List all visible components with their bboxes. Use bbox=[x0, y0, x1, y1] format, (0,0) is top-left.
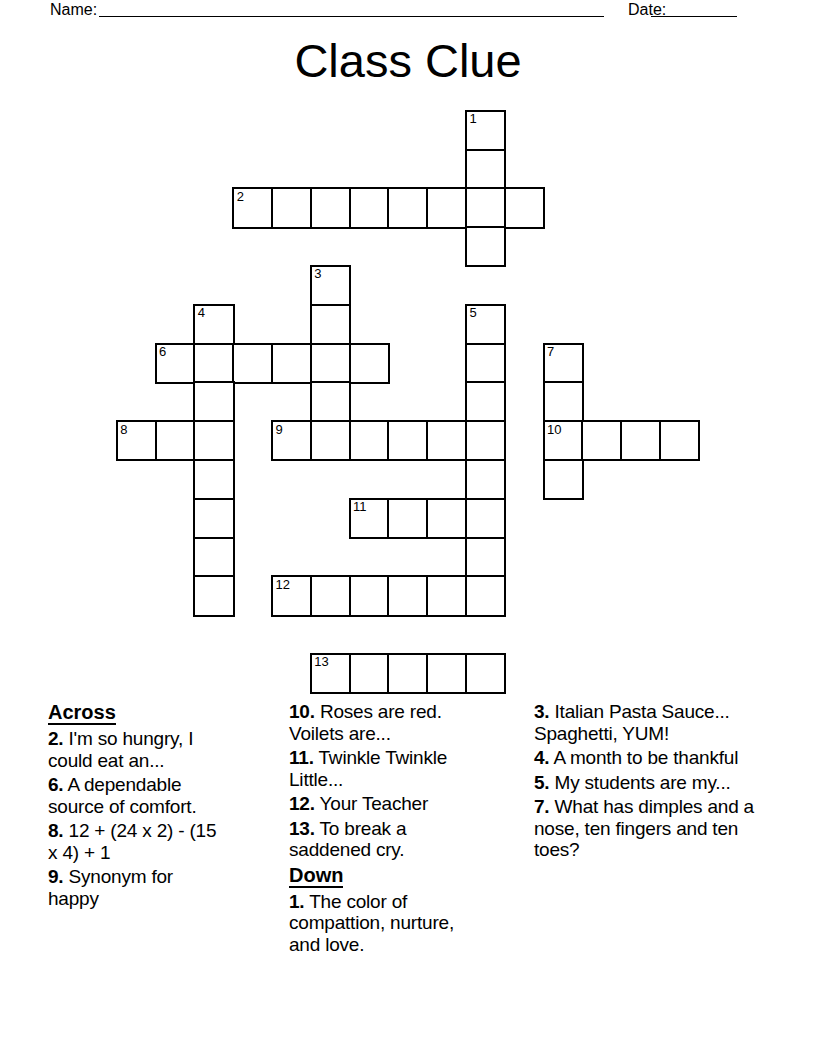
cell-r10c3[interactable] bbox=[193, 459, 234, 500]
clue-number-10: 10 bbox=[547, 423, 561, 437]
clue-across-2: 2. I'm so hungry, I could eat an... bbox=[48, 728, 226, 771]
cell-r9c2[interactable] bbox=[155, 420, 196, 461]
clue-number-4: 4 bbox=[198, 306, 205, 320]
cell-r5c6[interactable]: 3 bbox=[310, 265, 351, 306]
cell-r9c14[interactable] bbox=[620, 420, 661, 461]
cell-r1c10[interactable]: 1 bbox=[465, 110, 506, 151]
cell-r2c10[interactable] bbox=[465, 149, 506, 190]
down-header: Down bbox=[289, 864, 485, 886]
clue-across-13: 13. To break a saddened cry. bbox=[289, 818, 485, 861]
cell-r7c4[interactable] bbox=[232, 343, 273, 384]
clue-number-6: 6 bbox=[159, 345, 166, 359]
crossword-grid: 12345678910111213 bbox=[117, 111, 699, 693]
clue-column-3: 3. Italian Pasta Sauce... Spaghetti, YUM… bbox=[534, 701, 766, 864]
cell-r3c8[interactable] bbox=[387, 187, 428, 228]
cell-r12c10[interactable] bbox=[465, 537, 506, 578]
cell-r3c10[interactable] bbox=[465, 187, 506, 228]
clue-across-11: 11. Twinkle Twinkle Little... bbox=[289, 747, 485, 790]
cell-r7c3[interactable] bbox=[193, 343, 234, 384]
cell-r3c9[interactable] bbox=[426, 187, 467, 228]
cell-r15c9[interactable] bbox=[426, 653, 467, 694]
cell-r11c3[interactable] bbox=[193, 498, 234, 539]
cell-r4c10[interactable] bbox=[465, 226, 506, 267]
cell-r13c10[interactable] bbox=[465, 575, 506, 616]
cell-r7c10[interactable] bbox=[465, 343, 506, 384]
cell-r12c3[interactable] bbox=[193, 537, 234, 578]
cell-r7c7[interactable] bbox=[349, 343, 390, 384]
cell-r3c5[interactable] bbox=[271, 187, 312, 228]
cell-r9c12[interactable]: 10 bbox=[543, 420, 584, 461]
clue-number-9: 9 bbox=[275, 423, 282, 437]
cell-r7c12[interactable]: 7 bbox=[543, 343, 584, 384]
cell-r3c7[interactable] bbox=[349, 187, 390, 228]
cell-r11c7[interactable]: 11 bbox=[349, 498, 390, 539]
cell-r8c3[interactable] bbox=[193, 381, 234, 422]
cell-r13c8[interactable] bbox=[387, 575, 428, 616]
clue-down-4: 4. A month to be thankful bbox=[534, 747, 766, 769]
cell-r7c2[interactable]: 6 bbox=[155, 343, 196, 384]
name-label: Name: bbox=[50, 1, 97, 19]
cell-r13c3[interactable] bbox=[193, 575, 234, 616]
cell-r7c6[interactable] bbox=[310, 343, 351, 384]
clue-across-6: 6. A dependable source of comfort. bbox=[48, 774, 226, 817]
clue-across-10: 10. Roses are red. Voilets are... bbox=[289, 701, 485, 744]
cell-r10c12[interactable] bbox=[543, 459, 584, 500]
cell-r9c7[interactable] bbox=[349, 420, 390, 461]
cell-r11c9[interactable] bbox=[426, 498, 467, 539]
clue-across-9: 9. Synonym for happy bbox=[48, 866, 226, 909]
cell-r7c5[interactable] bbox=[271, 343, 312, 384]
clue-number-2: 2 bbox=[237, 190, 244, 204]
clue-across-8: 8. 12 + (24 x 2) - (15 x 4) + 1 bbox=[48, 820, 226, 863]
cell-r9c5[interactable]: 9 bbox=[271, 420, 312, 461]
cell-r8c12[interactable] bbox=[543, 381, 584, 422]
cell-r6c10[interactable]: 5 bbox=[465, 304, 506, 345]
cell-r3c11[interactable] bbox=[504, 187, 545, 228]
clue-number-1: 1 bbox=[469, 112, 476, 126]
clue-number-13: 13 bbox=[314, 655, 328, 669]
clue-down-1: 1. The color of compattion, nurture, and… bbox=[289, 891, 485, 956]
date-blank-line[interactable] bbox=[651, 0, 737, 17]
cell-r15c8[interactable] bbox=[387, 653, 428, 694]
clue-number-3: 3 bbox=[314, 267, 321, 281]
clue-across-12: 12. Your Teacher bbox=[289, 793, 485, 815]
worksheet-page: Name: Date: Class Clue 12345678910111213… bbox=[0, 0, 816, 1056]
cell-r13c7[interactable] bbox=[349, 575, 390, 616]
cell-r15c7[interactable] bbox=[349, 653, 390, 694]
cell-r9c1[interactable]: 8 bbox=[116, 420, 157, 461]
cell-r3c4[interactable]: 2 bbox=[232, 187, 273, 228]
cell-r9c3[interactable] bbox=[193, 420, 234, 461]
clue-number-11: 11 bbox=[353, 500, 367, 514]
clue-down-7: 7. What has dimples and a nose, ten fing… bbox=[534, 796, 766, 861]
cell-r9c15[interactable] bbox=[659, 420, 700, 461]
cell-r15c10[interactable] bbox=[465, 653, 506, 694]
cell-r11c8[interactable] bbox=[387, 498, 428, 539]
clue-number-7: 7 bbox=[547, 345, 554, 359]
clue-column-1: Across2. I'm so hungry, I could eat an..… bbox=[48, 701, 226, 912]
across-header: Across bbox=[48, 701, 226, 723]
clue-number-12: 12 bbox=[275, 578, 289, 592]
cell-r15c6[interactable]: 13 bbox=[310, 653, 351, 694]
cell-r9c10[interactable] bbox=[465, 420, 506, 461]
cell-r11c10[interactable] bbox=[465, 498, 506, 539]
cell-r8c10[interactable] bbox=[465, 381, 506, 422]
cell-r6c6[interactable] bbox=[310, 304, 351, 345]
clue-number-5: 5 bbox=[469, 306, 476, 320]
clue-number-8: 8 bbox=[120, 423, 127, 437]
clue-down-5: 5. My students are my... bbox=[534, 772, 766, 794]
clue-down-3: 3. Italian Pasta Sauce... Spaghetti, YUM… bbox=[534, 701, 766, 744]
cell-r6c3[interactable]: 4 bbox=[193, 304, 234, 345]
cell-r13c6[interactable] bbox=[310, 575, 351, 616]
cell-r13c9[interactable] bbox=[426, 575, 467, 616]
cell-r3c6[interactable] bbox=[310, 187, 351, 228]
clue-column-2: 10. Roses are red. Voilets are...11. Twi… bbox=[289, 701, 485, 958]
cell-r9c8[interactable] bbox=[387, 420, 428, 461]
cell-r9c6[interactable] bbox=[310, 420, 351, 461]
cell-r8c6[interactable] bbox=[310, 381, 351, 422]
cell-r13c5[interactable]: 12 bbox=[271, 575, 312, 616]
cell-r10c10[interactable] bbox=[465, 459, 506, 500]
page-title: Class Clue bbox=[0, 34, 816, 88]
name-blank-line[interactable] bbox=[99, 0, 604, 17]
cell-r9c13[interactable] bbox=[581, 420, 622, 461]
cell-r9c9[interactable] bbox=[426, 420, 467, 461]
